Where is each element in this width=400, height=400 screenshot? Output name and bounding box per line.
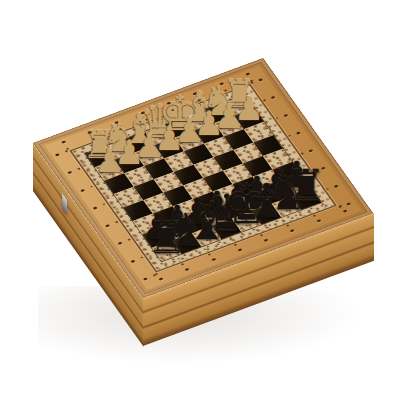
frame-pin-hole — [143, 277, 148, 280]
frame-pin-hole — [283, 114, 288, 117]
frame-pin-hole — [92, 206, 97, 209]
frame-coordinate-mark — [263, 99, 266, 101]
chess-board: ♜♞♝♛♚♝♞♜♟♟♟♟♟♟♟♟♟♟♟♟♟♟♟♟♜♞♝♛♚♝♞♜ — [85, 95, 321, 261]
frame-coordinate-mark — [207, 253, 210, 255]
frame-coordinate-mark — [115, 221, 118, 223]
chess-piece-black-rook[interactable]: ♜ — [287, 164, 326, 208]
frame-coordinate-mark — [326, 188, 329, 190]
frame-coordinate-mark — [234, 244, 237, 246]
frame-pin-hole — [308, 149, 313, 152]
frame-pin-hole — [290, 229, 295, 232]
frame-pin-hole — [118, 242, 123, 245]
frame-pin-hole — [333, 184, 338, 187]
chess-piece-white-pawn[interactable]: ♟ — [234, 92, 264, 125]
frame-pin-hole — [316, 219, 321, 222]
frame-pin-hole — [158, 277, 163, 280]
frame-coordinate-mark — [90, 185, 93, 187]
metal-clasp-icon — [62, 193, 67, 215]
chess-set-photo: ♜♞♝♛♚♝♞♜♟♟♟♟♟♟♟♟♟♟♟♟♟♟♟♟♜♞♝♛♚♝♞♜ — [0, 0, 400, 400]
frame-pin-hole — [237, 248, 242, 251]
frame-coordinate-mark — [153, 274, 156, 276]
frame-coordinate-mark — [313, 215, 316, 217]
frame-pin-hole — [342, 209, 347, 212]
frame-coordinate-mark — [140, 256, 143, 258]
frame-coordinate-mark — [286, 224, 289, 226]
frame-pin-hole — [105, 224, 110, 227]
frame-pin-hole — [61, 140, 66, 143]
frame-coordinate-mark — [77, 168, 80, 170]
frame-pin-hole — [271, 96, 276, 99]
frame-pin-hole — [264, 239, 269, 242]
board-square[interactable]: ♜ — [292, 189, 321, 210]
frame-pin-hole — [55, 153, 60, 156]
frame-coordinate-mark — [65, 150, 68, 152]
frame-pin-hole — [185, 268, 190, 271]
frame-pin-hole — [67, 171, 72, 174]
frame-pin-hole — [130, 259, 135, 262]
frame-coordinate-mark — [288, 135, 291, 137]
frame-pin-hole — [80, 189, 85, 192]
frame-coordinate-mark — [181, 263, 184, 265]
frame-coordinate-mark — [128, 239, 131, 241]
frame-pin-hole — [211, 258, 216, 261]
frame-pin-hole — [258, 78, 263, 81]
frame-coordinate-mark — [275, 117, 278, 119]
frame-coordinate-mark — [338, 206, 341, 208]
frame-pin-hole — [346, 202, 351, 205]
frame-coordinate-mark — [102, 203, 105, 205]
frame-pin-hole — [296, 131, 301, 134]
